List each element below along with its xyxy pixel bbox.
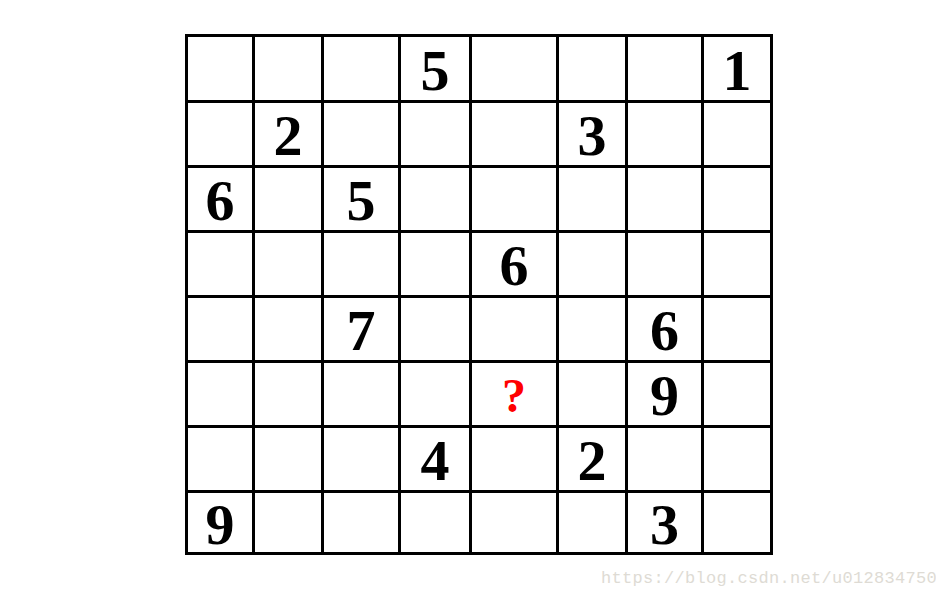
given-cell: 7 xyxy=(324,298,401,363)
empty-cell xyxy=(401,363,472,428)
empty-cell xyxy=(472,298,559,363)
empty-cell xyxy=(255,493,324,555)
given-cell: 3 xyxy=(559,103,628,168)
empty-cell xyxy=(628,428,704,493)
empty-cell xyxy=(559,363,628,428)
empty-cell xyxy=(324,363,401,428)
given-cell: 1 xyxy=(704,37,773,103)
empty-cell xyxy=(472,103,559,168)
watermark: https://blog.csdn.net/u012834750 xyxy=(601,569,936,588)
empty-cell xyxy=(255,168,324,233)
empty-cell xyxy=(628,168,704,233)
empty-cell xyxy=(255,233,324,298)
empty-cell xyxy=(324,37,401,103)
empty-cell xyxy=(559,37,628,103)
empty-cell xyxy=(188,233,255,298)
empty-cell xyxy=(559,298,628,363)
empty-cell xyxy=(188,37,255,103)
given-cell: 6 xyxy=(628,298,704,363)
unknown-cell: ? xyxy=(472,363,559,428)
empty-cell xyxy=(628,103,704,168)
empty-cell xyxy=(324,493,401,555)
empty-cell xyxy=(401,233,472,298)
empty-cell xyxy=(472,428,559,493)
empty-cell xyxy=(401,168,472,233)
empty-cell xyxy=(255,428,324,493)
empty-cell xyxy=(704,103,773,168)
given-cell: 2 xyxy=(255,103,324,168)
given-cell: 9 xyxy=(188,493,255,555)
empty-cell xyxy=(401,493,472,555)
empty-cell xyxy=(472,493,559,555)
given-cell: 4 xyxy=(401,428,472,493)
empty-cell xyxy=(704,233,773,298)
empty-cell xyxy=(472,168,559,233)
empty-cell xyxy=(628,233,704,298)
empty-cell xyxy=(559,233,628,298)
puzzle-board: 512365676?94293 xyxy=(185,34,773,555)
empty-cell xyxy=(559,493,628,555)
given-cell: 9 xyxy=(628,363,704,428)
empty-cell xyxy=(324,428,401,493)
empty-cell xyxy=(188,363,255,428)
empty-cell xyxy=(255,298,324,363)
empty-cell xyxy=(188,428,255,493)
empty-cell xyxy=(704,298,773,363)
empty-cell xyxy=(401,298,472,363)
given-cell: 6 xyxy=(188,168,255,233)
given-cell: 2 xyxy=(559,428,628,493)
empty-cell xyxy=(188,103,255,168)
empty-cell xyxy=(704,363,773,428)
empty-cell xyxy=(188,298,255,363)
given-cell: 5 xyxy=(401,37,472,103)
empty-cell xyxy=(704,168,773,233)
empty-cell xyxy=(559,168,628,233)
empty-cell xyxy=(324,103,401,168)
empty-cell xyxy=(472,37,559,103)
empty-cell xyxy=(324,233,401,298)
empty-cell xyxy=(704,493,773,555)
given-cell: 6 xyxy=(472,233,559,298)
given-cell: 3 xyxy=(628,493,704,555)
empty-cell xyxy=(401,103,472,168)
empty-cell xyxy=(628,37,704,103)
empty-cell xyxy=(704,428,773,493)
empty-cell xyxy=(255,363,324,428)
empty-cell xyxy=(255,37,324,103)
given-cell: 5 xyxy=(324,168,401,233)
